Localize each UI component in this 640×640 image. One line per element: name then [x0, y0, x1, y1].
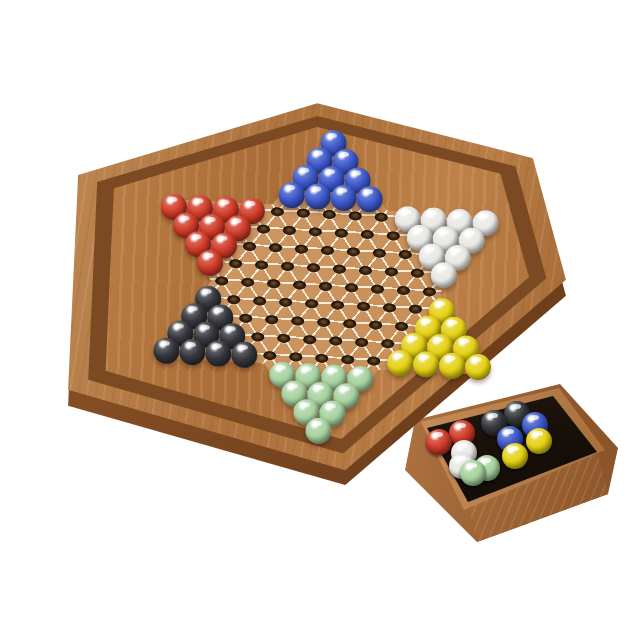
- hole-icon: [383, 303, 396, 313]
- board-hole[interactable]: [332, 260, 346, 279]
- hole-icon: [423, 287, 436, 297]
- board-hole[interactable]: [291, 312, 305, 331]
- hole-icon: [307, 263, 320, 273]
- hole-icon: [373, 248, 386, 258]
- hole-icon: [297, 208, 310, 218]
- board-hole[interactable]: [203, 254, 217, 273]
- board-hole[interactable]: [398, 246, 412, 265]
- hole-icon: [289, 352, 302, 362]
- board-hole[interactable]: [241, 274, 255, 293]
- hole-icon: [315, 354, 328, 364]
- board-hole[interactable]: [267, 275, 281, 294]
- hole-icon: [411, 268, 424, 278]
- hole-icon: [291, 316, 304, 326]
- board-hole[interactable]: [410, 264, 424, 283]
- board-hole[interactable]: [334, 224, 348, 243]
- hole-icon: [283, 226, 296, 236]
- hole-icon: [395, 322, 408, 332]
- marble-black[interactable]: [178, 338, 205, 365]
- board-hole[interactable]: [281, 258, 295, 277]
- board-hole[interactable]: [343, 315, 357, 334]
- hole-icon: [319, 282, 332, 292]
- board-hole[interactable]: [336, 188, 350, 207]
- board-hole[interactable]: [436, 266, 450, 285]
- board-hole[interactable]: [311, 421, 325, 440]
- hole-icon: [269, 243, 282, 253]
- board-hole[interactable]: [282, 222, 296, 241]
- hole-icon: [227, 295, 240, 305]
- hole-icon: [305, 299, 318, 309]
- hole-icon: [243, 242, 256, 252]
- board-hole[interactable]: [211, 344, 225, 363]
- board-hole[interactable]: [270, 203, 284, 222]
- hole-icon: [341, 355, 354, 365]
- marble-yellow[interactable]: [438, 352, 465, 379]
- hole-icon: [349, 211, 362, 221]
- product-photo-scene: [0, 0, 640, 640]
- hole-icon: [333, 264, 346, 274]
- hole-icon: [293, 280, 306, 290]
- hole-icon: [399, 250, 412, 260]
- hole-icon: [374, 212, 387, 222]
- hole-icon: [215, 276, 228, 286]
- board-hole[interactable]: [305, 295, 319, 314]
- marble-black[interactable]: [230, 341, 257, 368]
- hole-icon: [251, 332, 264, 342]
- board-hole[interactable]: [293, 276, 307, 295]
- board-hole[interactable]: [346, 243, 360, 262]
- hole-icon: [303, 335, 316, 345]
- hole-icon: [267, 279, 280, 289]
- hole-icon: [253, 296, 266, 306]
- board-hole[interactable]: [322, 206, 336, 225]
- hole-icon: [347, 247, 360, 257]
- board-hole[interactable]: [159, 341, 173, 360]
- hole-icon: [361, 230, 374, 240]
- hole-icon: [241, 278, 254, 288]
- hole-icon: [263, 351, 276, 361]
- board-hole[interactable]: [185, 343, 199, 362]
- hole-icon: [385, 267, 398, 277]
- board-hole[interactable]: [360, 226, 374, 245]
- board-hole[interactable]: [320, 242, 334, 261]
- board-hole[interactable]: [237, 345, 251, 364]
- board-hole[interactable]: [306, 259, 320, 278]
- hole-icon: [329, 336, 342, 346]
- board-hole[interactable]: [279, 294, 293, 313]
- hole-icon: [331, 300, 344, 310]
- hole-icon: [239, 314, 252, 324]
- board-hole[interactable]: [374, 208, 388, 227]
- hole-icon: [295, 244, 308, 254]
- hole-icon: [345, 283, 358, 293]
- board-hole[interactable]: [396, 282, 410, 301]
- board-hole[interactable]: [296, 204, 310, 223]
- board-hole[interactable]: [348, 207, 362, 226]
- marble-yellow[interactable]: [412, 351, 439, 378]
- board-hole[interactable]: [383, 299, 397, 318]
- hole-icon: [355, 338, 368, 348]
- board-hole[interactable]: [384, 263, 398, 282]
- board-hole[interactable]: [253, 292, 267, 311]
- board-hole[interactable]: [358, 262, 372, 281]
- hole-icon: [381, 339, 394, 349]
- board-hole[interactable]: [393, 354, 407, 373]
- hole-icon: [265, 315, 278, 325]
- board-hole[interactable]: [284, 186, 298, 205]
- board-hole[interactable]: [255, 256, 269, 275]
- board-hole[interactable]: [331, 296, 345, 315]
- hole-icon: [387, 231, 400, 241]
- hole-icon: [277, 334, 290, 344]
- board-hole[interactable]: [370, 280, 384, 299]
- hole-icon: [323, 210, 336, 220]
- board-hole[interactable]: [256, 220, 270, 239]
- hole-icon: [359, 266, 372, 276]
- marble-black[interactable]: [204, 340, 231, 367]
- star-area: [155, 126, 496, 449]
- hole-icon: [343, 319, 356, 329]
- board-hole[interactable]: [268, 239, 282, 258]
- board-hole[interactable]: [362, 190, 376, 209]
- board-hole[interactable]: [357, 298, 371, 317]
- board-hole[interactable]: [243, 238, 257, 257]
- hole-icon: [271, 207, 284, 217]
- board-hole[interactable]: [294, 240, 308, 259]
- hole-icon: [255, 260, 268, 270]
- hole-icon: [335, 228, 348, 238]
- hole-icon: [257, 224, 270, 234]
- board-hole[interactable]: [471, 358, 485, 377]
- marble-yellow[interactable]: [464, 353, 491, 380]
- board-hole[interactable]: [317, 314, 331, 333]
- board-hole[interactable]: [229, 255, 243, 274]
- chinese-checkers-board: [30, 95, 590, 485]
- board-hole[interactable]: [369, 316, 383, 335]
- board-hole[interactable]: [303, 331, 317, 350]
- board-hole[interactable]: [419, 355, 433, 374]
- hole-icon: [279, 298, 292, 308]
- board-hole[interactable]: [310, 187, 324, 206]
- board-hole[interactable]: [372, 244, 386, 263]
- hole-icon: [309, 227, 322, 237]
- hole-icon: [229, 259, 242, 269]
- hole-icon: [371, 284, 384, 294]
- hole-icon: [317, 318, 330, 328]
- board-hole[interactable]: [319, 278, 333, 297]
- board-hole[interactable]: [277, 330, 291, 349]
- board-hole[interactable]: [329, 332, 343, 351]
- board-hole[interactable]: [308, 223, 322, 242]
- hole-icon: [357, 302, 370, 312]
- board-hole[interactable]: [355, 334, 369, 353]
- hole-icon: [409, 304, 422, 314]
- hole-icon: [281, 262, 294, 272]
- hole-icon: [367, 356, 380, 366]
- marble-yellow[interactable]: [386, 349, 413, 376]
- board-hole[interactable]: [445, 356, 459, 375]
- board-hole[interactable]: [265, 311, 279, 330]
- board-grid: [155, 126, 496, 449]
- hole-icon: [369, 320, 382, 330]
- board-hole[interactable]: [386, 227, 400, 246]
- hole-icon: [321, 246, 334, 256]
- board-hole[interactable]: [345, 279, 359, 298]
- hole-icon: [397, 286, 410, 296]
